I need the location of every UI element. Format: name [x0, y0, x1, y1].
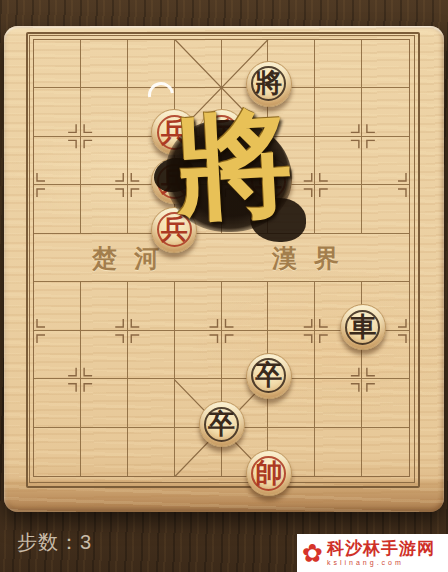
- piece-glyph: 將: [255, 69, 282, 96]
- game-screen: 楚河 漢界 將兵兵兵車兵車卒卒帥 將 步数：3 ✿ 科沙林手游网 kslinan…: [0, 0, 448, 572]
- pieces-layer: 將兵兵兵車兵車卒卒帥: [4, 26, 444, 512]
- flower-icon: ✿: [302, 541, 323, 566]
- piece-glyph: 兵: [161, 167, 188, 194]
- black-pawn[interactable]: 卒: [246, 353, 292, 399]
- move-counter-label: 步数：: [17, 531, 80, 553]
- watermark-site-url: kslinang.com: [327, 559, 435, 566]
- piece-glyph: 帥: [255, 459, 282, 486]
- red-general[interactable]: 帥: [246, 450, 292, 496]
- piece-glyph: 兵: [161, 215, 188, 242]
- red-pawn[interactable]: 兵: [151, 109, 197, 155]
- move-counter: 步数：3: [17, 529, 92, 556]
- piece-glyph: 卒: [208, 410, 235, 437]
- xiangqi-board[interactable]: 楚河 漢界 將兵兵兵車兵車卒卒帥 將: [4, 26, 444, 512]
- piece-glyph: 兵: [161, 118, 188, 145]
- piece-glyph: 車: [349, 313, 376, 340]
- watermark-site-name: 科沙林手游网: [327, 540, 435, 559]
- piece-glyph: 兵: [208, 118, 235, 145]
- red-chariot[interactable]: 車: [246, 158, 292, 204]
- move-counter-value: 3: [80, 531, 92, 553]
- red-pawn[interactable]: 兵: [199, 109, 245, 155]
- black-pawn[interactable]: 卒: [199, 401, 245, 447]
- watermark-text: 科沙林手游网 kslinang.com: [327, 540, 435, 567]
- watermark: ✿ 科沙林手游网 kslinang.com: [297, 534, 448, 572]
- red-pawn[interactable]: 兵: [151, 207, 197, 253]
- red-pawn[interactable]: 兵: [151, 158, 197, 204]
- piece-glyph: 車: [255, 167, 282, 194]
- piece-glyph: 卒: [255, 361, 282, 388]
- black-chariot[interactable]: 車: [340, 304, 386, 350]
- black-general[interactable]: 將: [246, 61, 292, 107]
